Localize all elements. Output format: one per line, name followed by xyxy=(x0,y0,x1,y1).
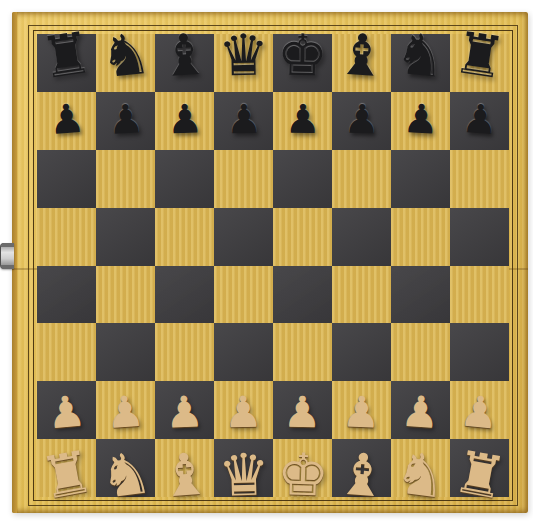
fold-clasp-latch xyxy=(0,243,14,269)
square-e7[interactable]: ♟ xyxy=(273,92,332,150)
piece-white-pawn-d2[interactable]: ♟ xyxy=(224,393,263,432)
square-d8[interactable]: ♛ xyxy=(214,34,273,92)
square-a6[interactable] xyxy=(37,150,96,208)
square-a5[interactable] xyxy=(37,208,96,266)
square-g6[interactable] xyxy=(391,150,450,208)
square-g8[interactable]: ♞ xyxy=(391,34,450,92)
piece-white-king-e1[interactable]: ♚ xyxy=(276,448,329,502)
square-d1[interactable]: ♛ xyxy=(214,439,273,497)
piece-black-pawn-c7[interactable]: ♟ xyxy=(166,100,203,137)
square-d3[interactable] xyxy=(214,323,273,381)
square-b4[interactable] xyxy=(96,266,155,324)
square-b3[interactable] xyxy=(96,323,155,381)
playing-surface: ♜♞♝♛♚♝♞♜♟♟♟♟♟♟♟♟♟♟♟♟♟♟♟♟♜♞♝♛♚♝♞♜ xyxy=(37,34,509,497)
square-e2[interactable]: ♟ xyxy=(273,381,332,439)
square-c4[interactable] xyxy=(155,266,214,324)
piece-white-knight-g1[interactable]: ♞ xyxy=(391,446,449,505)
square-a7[interactable]: ♟ xyxy=(37,92,96,150)
piece-white-pawn-b2[interactable]: ♟ xyxy=(105,392,146,433)
piece-white-bishop-f1[interactable]: ♝ xyxy=(334,447,390,503)
piece-black-bishop-f8[interactable]: ♝ xyxy=(334,29,388,83)
square-d5[interactable] xyxy=(214,208,273,266)
square-f6[interactable] xyxy=(332,150,391,208)
square-b6[interactable] xyxy=(96,150,155,208)
square-g1[interactable]: ♞ xyxy=(391,439,450,497)
square-b2[interactable]: ♟ xyxy=(96,381,155,439)
photo-of-chess-set: ♜♞♝♛♚♝♞♜♟♟♟♟♟♟♟♟♟♟♟♟♟♟♟♟♜♞♝♛♚♝♞♜ xyxy=(0,0,533,522)
piece-white-knight-b1[interactable]: ♞ xyxy=(96,446,154,505)
square-c2[interactable]: ♟ xyxy=(155,381,214,439)
square-e4[interactable] xyxy=(273,266,332,324)
square-d7[interactable]: ♟ xyxy=(214,92,273,150)
chessboard-grid: ♜♞♝♛♚♝♞♜♟♟♟♟♟♟♟♟♟♟♟♟♟♟♟♟♜♞♝♛♚♝♞♜ xyxy=(37,34,509,497)
square-f2[interactable]: ♟ xyxy=(332,381,391,439)
square-e8[interactable]: ♚ xyxy=(273,34,332,92)
square-b5[interactable] xyxy=(96,208,155,266)
square-d4[interactable] xyxy=(214,266,273,324)
piece-white-rook-h1[interactable]: ♜ xyxy=(449,445,510,506)
square-e6[interactable] xyxy=(273,150,332,208)
square-a2[interactable]: ♟ xyxy=(37,381,96,439)
square-b1[interactable]: ♞ xyxy=(96,439,155,497)
piece-black-knight-b8[interactable]: ♞ xyxy=(97,28,153,84)
square-f8[interactable]: ♝ xyxy=(332,34,391,92)
wooden-chessboard: ♜♞♝♛♚♝♞♜♟♟♟♟♟♟♟♟♟♟♟♟♟♟♟♟♜♞♝♛♚♝♞♜ xyxy=(12,12,528,513)
piece-black-pawn-a7[interactable]: ♟ xyxy=(47,100,85,139)
square-a4[interactable] xyxy=(37,266,96,324)
piece-black-pawn-e7[interactable]: ♟ xyxy=(284,101,320,137)
square-h7[interactable]: ♟ xyxy=(450,92,509,150)
square-c6[interactable] xyxy=(155,150,214,208)
piece-black-bishop-c8[interactable]: ♝ xyxy=(157,29,211,83)
piece-black-rook-a8[interactable]: ♜ xyxy=(37,27,95,85)
square-e1[interactable]: ♚ xyxy=(273,439,332,497)
square-f1[interactable]: ♝ xyxy=(332,439,391,497)
piece-black-pawn-f7[interactable]: ♟ xyxy=(343,100,380,137)
piece-black-pawn-g7[interactable]: ♟ xyxy=(402,100,440,138)
square-c7[interactable]: ♟ xyxy=(155,92,214,150)
square-e5[interactable] xyxy=(273,208,332,266)
piece-black-pawn-h7[interactable]: ♟ xyxy=(460,100,498,139)
piece-black-pawn-d7[interactable]: ♟ xyxy=(225,101,261,137)
square-e3[interactable] xyxy=(273,323,332,381)
square-h4[interactable] xyxy=(450,266,509,324)
piece-white-pawn-h2[interactable]: ♟ xyxy=(458,391,500,433)
square-g7[interactable]: ♟ xyxy=(391,92,450,150)
square-h1[interactable]: ♜ xyxy=(450,439,509,497)
square-a3[interactable] xyxy=(37,323,96,381)
square-h8[interactable]: ♜ xyxy=(450,34,509,92)
piece-black-king-e8[interactable]: ♚ xyxy=(276,30,328,82)
piece-white-bishop-c1[interactable]: ♝ xyxy=(157,447,213,503)
square-b8[interactable]: ♞ xyxy=(96,34,155,92)
piece-white-pawn-a2[interactable]: ♟ xyxy=(45,391,87,433)
square-c1[interactable]: ♝ xyxy=(155,439,214,497)
piece-white-queen-d1[interactable]: ♛ xyxy=(217,448,270,502)
piece-white-pawn-e2[interactable]: ♟ xyxy=(283,393,322,432)
square-h2[interactable]: ♟ xyxy=(450,381,509,439)
square-h5[interactable] xyxy=(450,208,509,266)
square-f5[interactable] xyxy=(332,208,391,266)
square-g5[interactable] xyxy=(391,208,450,266)
piece-black-rook-h8[interactable]: ♜ xyxy=(450,27,508,85)
piece-white-pawn-f2[interactable]: ♟ xyxy=(341,392,381,432)
square-g2[interactable]: ♟ xyxy=(391,381,450,439)
piece-black-knight-g8[interactable]: ♞ xyxy=(392,28,448,84)
square-f7[interactable]: ♟ xyxy=(332,92,391,150)
square-c8[interactable]: ♝ xyxy=(155,34,214,92)
square-b7[interactable]: ♟ xyxy=(96,92,155,150)
square-a1[interactable]: ♜ xyxy=(37,439,96,497)
piece-white-pawn-g2[interactable]: ♟ xyxy=(400,392,441,433)
piece-white-pawn-c2[interactable]: ♟ xyxy=(164,392,204,432)
piece-black-pawn-b7[interactable]: ♟ xyxy=(107,100,145,138)
square-c5[interactable] xyxy=(155,208,214,266)
square-h3[interactable] xyxy=(450,323,509,381)
square-g4[interactable] xyxy=(391,266,450,324)
square-f4[interactable] xyxy=(332,266,391,324)
square-f3[interactable] xyxy=(332,323,391,381)
square-a8[interactable]: ♜ xyxy=(37,34,96,92)
square-g3[interactable] xyxy=(391,323,450,381)
square-c3[interactable] xyxy=(155,323,214,381)
piece-black-queen-d8[interactable]: ♛ xyxy=(217,30,269,82)
square-d2[interactable]: ♟ xyxy=(214,381,273,439)
square-d6[interactable] xyxy=(214,150,273,208)
piece-white-rook-a1[interactable]: ♜ xyxy=(36,445,97,506)
square-h6[interactable] xyxy=(450,150,509,208)
